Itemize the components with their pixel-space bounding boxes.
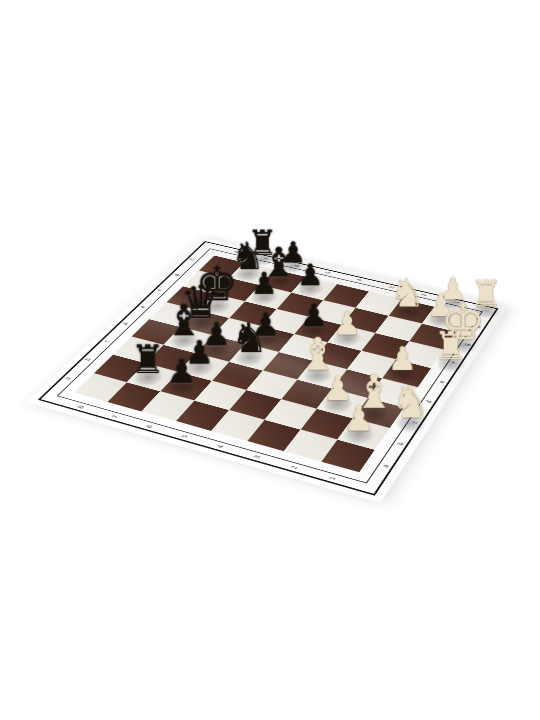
coord-label-e-200x15: e (139, 305, 147, 308)
coord-label-6-15x126: 6 (145, 424, 154, 428)
product-photo: aabbccddeeffgghh8877665544332211 ♜♝♛♚♞♜♟… (0, 0, 540, 720)
coord-label-1-15x311: 1 (328, 476, 337, 481)
coord-label-b-89x347: b (396, 441, 405, 446)
coord-label-7-15x89: 7 (110, 415, 119, 419)
coord-label-f-237x15: f (157, 289, 164, 291)
black-pawn-glyph: ♟ (248, 268, 278, 298)
white-rook-glyph: ♜ (431, 327, 469, 365)
board-grid: ♜♝♛♚♞♜♟♟♟♟♝♟♞♟♟♟♝♟♟♞♟♝♟♟♟♞♜♚♜ (74, 255, 468, 472)
coord-label-5-15x163: 5 (180, 434, 189, 439)
coord-label-c-126x15: c (103, 340, 111, 343)
coord-label-5-347x163: 5 (324, 271, 332, 274)
coord-label-e-200x347: e (438, 380, 446, 384)
coord-label-2-15x274: 2 (290, 465, 299, 470)
coord-label-a-52x347: a (381, 464, 390, 469)
black-knight-glyph: ♞ (228, 318, 269, 359)
white-pawn-glyph: ♟ (341, 401, 376, 436)
chess-board: aabbccddeeffgghh8877665544332211 ♜♝♛♚♞♜♟… (26, 237, 508, 504)
coord-label-8-15x52: 8 (76, 405, 85, 409)
coord-label-3-15x237: 3 (252, 455, 261, 460)
black-rook-glyph: ♜ (128, 340, 167, 379)
coord-label-4-15x200: 4 (216, 444, 225, 449)
coord-label-g-274x15: g (173, 273, 181, 276)
coord-label-b-89x15: b (84, 358, 92, 362)
coord-label-d-163x15: d (121, 322, 129, 326)
coord-label-4-347x200: 4 (356, 278, 364, 281)
white-knight-glyph: ♞ (388, 381, 432, 425)
black-pawn-glyph: ♟ (164, 355, 197, 388)
coord-label-a-52x15: a (64, 376, 72, 380)
